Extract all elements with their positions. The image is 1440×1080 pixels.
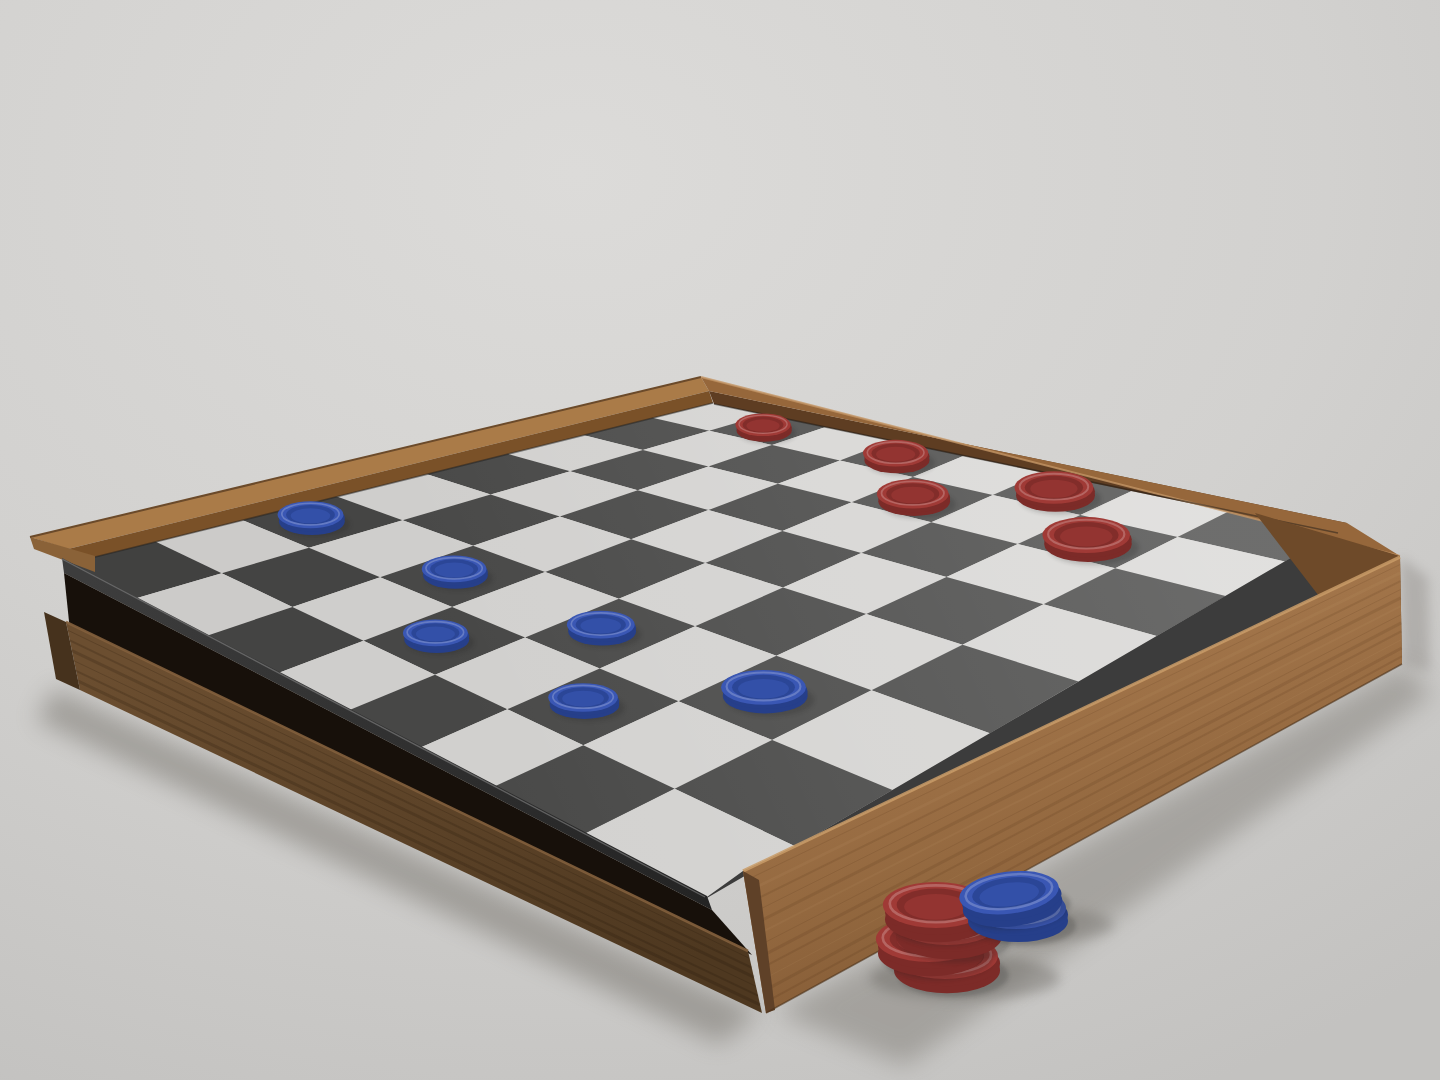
checkers-render (0, 0, 1440, 1080)
scene (0, 0, 1440, 1080)
